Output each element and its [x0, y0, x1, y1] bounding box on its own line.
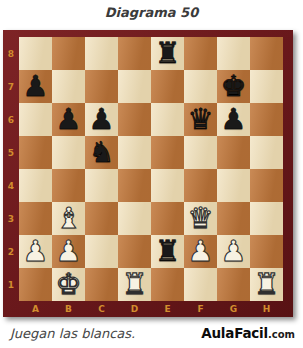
square-c8	[85, 37, 118, 70]
square-c1	[85, 268, 118, 301]
caption-row: Juegan las blancas. AulaFacil.com	[0, 323, 303, 342]
square-h8	[250, 37, 283, 70]
square-d5	[118, 136, 151, 169]
square-a6	[19, 103, 52, 136]
file-label-e: E	[151, 301, 184, 317]
square-e7	[151, 70, 184, 103]
square-f2: ♟	[184, 235, 217, 268]
rank-label-6: 6	[3, 103, 19, 136]
rank-label-7: 7	[3, 70, 19, 103]
piece-black-knight: ♞	[85, 136, 118, 169]
file-label-c: C	[85, 301, 118, 317]
piece-white-pawn: ♟	[19, 235, 52, 268]
square-e1	[151, 268, 184, 301]
square-g4	[217, 169, 250, 202]
logo-text: AulaFacil	[201, 325, 268, 341]
square-f6: ♛	[184, 103, 217, 136]
square-c6: ♟	[85, 103, 118, 136]
square-b3: ♝	[52, 202, 85, 235]
square-b8	[52, 37, 85, 70]
square-c5: ♞	[85, 136, 118, 169]
square-b5	[52, 136, 85, 169]
square-f1	[184, 268, 217, 301]
square-h5	[250, 136, 283, 169]
square-a4	[19, 169, 52, 202]
square-d6	[118, 103, 151, 136]
square-d7	[118, 70, 151, 103]
square-c7	[85, 70, 118, 103]
file-label-g: G	[217, 301, 250, 317]
square-a5	[19, 136, 52, 169]
move-indicator-caption: Juegan las blancas.	[10, 326, 135, 341]
piece-white-pawn: ♟	[52, 235, 85, 268]
piece-black-king: ♚	[217, 70, 250, 103]
square-b4	[52, 169, 85, 202]
piece-black-queen: ♛	[184, 103, 217, 136]
piece-white-rook: ♜	[250, 268, 283, 301]
square-g5	[217, 136, 250, 169]
piece-black-rook: ♜	[151, 37, 184, 70]
piece-black-pawn: ♟	[217, 103, 250, 136]
logo-tld-text: .com	[268, 329, 295, 340]
square-b6: ♟	[52, 103, 85, 136]
file-label-a: A	[19, 301, 52, 317]
square-c3	[85, 202, 118, 235]
square-b7	[52, 70, 85, 103]
square-f3: ♛	[184, 202, 217, 235]
square-d3	[118, 202, 151, 235]
square-b2: ♟	[52, 235, 85, 268]
rank-label-1: 1	[3, 268, 19, 301]
aulafacil-logo[interactable]: AulaFacil.com	[201, 323, 295, 342]
square-g1	[217, 268, 250, 301]
file-labels: ABCDEFGH	[19, 301, 283, 317]
square-d1: ♜	[118, 268, 151, 301]
piece-black-pawn: ♟	[52, 103, 85, 136]
square-h2	[250, 235, 283, 268]
square-c4	[85, 169, 118, 202]
square-e6	[151, 103, 184, 136]
square-f7	[184, 70, 217, 103]
piece-white-pawn: ♟	[217, 235, 250, 268]
square-f8	[184, 37, 217, 70]
square-a7: ♟	[19, 70, 52, 103]
board-grid: ♜♟♚♟♟♛♟♞♝♛♟♟♜♟♟♚♜♜	[19, 37, 283, 301]
square-h1: ♜	[250, 268, 283, 301]
piece-white-bishop: ♝	[52, 202, 85, 235]
square-e5	[151, 136, 184, 169]
piece-white-queen: ♛	[184, 202, 217, 235]
square-h6	[250, 103, 283, 136]
piece-white-king: ♚	[52, 268, 85, 301]
square-g6: ♟	[217, 103, 250, 136]
square-c2	[85, 235, 118, 268]
rank-label-8: 8	[3, 37, 19, 70]
square-e2: ♜	[151, 235, 184, 268]
square-a3	[19, 202, 52, 235]
square-a2: ♟	[19, 235, 52, 268]
square-g7: ♚	[217, 70, 250, 103]
square-h7	[250, 70, 283, 103]
square-g8	[217, 37, 250, 70]
square-g3	[217, 202, 250, 235]
square-d2	[118, 235, 151, 268]
file-label-d: D	[118, 301, 151, 317]
square-a8	[19, 37, 52, 70]
piece-white-rook: ♜	[118, 268, 151, 301]
chess-board: 87654321 ♜♟♚♟♟♛♟♞♝♛♟♟♜♟♟♚♜♜ ABCDEFGH	[3, 30, 293, 317]
diagram-title: Diagrama 50	[0, 0, 303, 26]
piece-white-pawn: ♟	[184, 235, 217, 268]
rank-label-4: 4	[3, 169, 19, 202]
square-b1: ♚	[52, 268, 85, 301]
square-d4	[118, 169, 151, 202]
square-f5	[184, 136, 217, 169]
square-h3	[250, 202, 283, 235]
file-label-b: B	[52, 301, 85, 317]
rank-label-5: 5	[3, 136, 19, 169]
file-label-f: F	[184, 301, 217, 317]
piece-black-rook: ♜	[151, 235, 184, 268]
square-e3	[151, 202, 184, 235]
rank-labels: 87654321	[3, 37, 19, 301]
square-d8	[118, 37, 151, 70]
rank-label-3: 3	[3, 202, 19, 235]
square-f4	[184, 169, 217, 202]
piece-black-pawn: ♟	[19, 70, 52, 103]
square-a1	[19, 268, 52, 301]
square-g2: ♟	[217, 235, 250, 268]
square-h4	[250, 169, 283, 202]
square-e4	[151, 169, 184, 202]
file-label-h: H	[250, 301, 283, 317]
square-e8: ♜	[151, 37, 184, 70]
rank-label-2: 2	[3, 235, 19, 268]
piece-black-pawn: ♟	[85, 103, 118, 136]
